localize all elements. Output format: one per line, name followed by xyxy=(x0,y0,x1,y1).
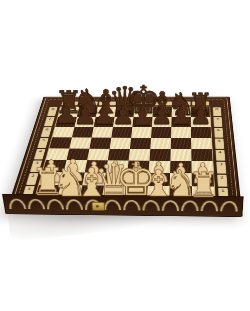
square-c7 xyxy=(94,117,115,127)
square-b5 xyxy=(69,137,91,148)
front-face-pattern xyxy=(8,198,239,212)
square-a6 xyxy=(52,127,74,138)
square-c2 xyxy=(82,172,106,185)
carved-arc xyxy=(103,200,121,211)
coord-label-g: g xyxy=(173,101,190,105)
product-photo[interactable]: 87654321 87654321 abcdefgh abcdefgh ♜♞♝♛… xyxy=(0,0,250,311)
square-d8 xyxy=(115,107,135,117)
carved-arc xyxy=(123,200,141,211)
square-f8 xyxy=(153,107,172,117)
coords-right: 87654321 xyxy=(213,107,229,200)
square-h6 xyxy=(191,127,211,138)
square-d5 xyxy=(110,138,132,149)
square-e6 xyxy=(131,127,152,138)
coord-label-d: d xyxy=(117,101,135,105)
square-h8 xyxy=(191,107,210,117)
square-b3 xyxy=(64,160,87,172)
chess-board: 87654321 87654321 abcdefgh abcdefgh xyxy=(5,97,242,217)
coord-label-a: a xyxy=(61,101,79,105)
coord-label-3: 3 xyxy=(30,161,42,172)
square-e8 xyxy=(134,107,154,117)
square-f3 xyxy=(149,161,171,173)
square-c3 xyxy=(85,160,108,172)
coord-label-6: 6 xyxy=(41,127,52,137)
square-f5 xyxy=(150,138,171,149)
coord-label-5: 5 xyxy=(37,138,49,148)
brass-clasp xyxy=(91,202,105,211)
square-c4 xyxy=(87,149,109,161)
carved-arc xyxy=(181,200,199,211)
carved-arc xyxy=(65,199,83,210)
square-d2 xyxy=(104,173,127,186)
square-g2 xyxy=(170,173,192,186)
coord-label-6: 6 xyxy=(214,128,223,138)
square-f7 xyxy=(152,117,172,127)
square-b4 xyxy=(67,149,90,161)
board-perspective-wrapper: 87654321 87654321 abcdefgh abcdefgh xyxy=(21,40,237,256)
square-h5 xyxy=(191,138,212,149)
coord-label-c: c xyxy=(98,101,116,105)
box-front-face xyxy=(2,194,244,217)
squares-grid xyxy=(34,107,216,201)
square-g3 xyxy=(170,161,192,174)
coord-label-3: 3 xyxy=(216,162,226,174)
coord-label-4: 4 xyxy=(216,150,226,161)
coords-top: abcdefgh xyxy=(61,101,209,105)
square-e4 xyxy=(129,149,151,161)
square-h2 xyxy=(192,173,214,186)
coord-label-8: 8 xyxy=(47,107,58,116)
box-front-face-inner xyxy=(3,195,243,217)
coord-label-f: f xyxy=(154,101,171,105)
carved-arc xyxy=(46,199,64,209)
square-b8 xyxy=(77,107,98,117)
coord-label-2: 2 xyxy=(26,173,39,185)
square-b2 xyxy=(61,172,85,185)
square-d6 xyxy=(111,127,132,138)
square-g5 xyxy=(171,138,192,149)
carved-arc xyxy=(142,200,160,211)
square-b6 xyxy=(72,127,94,138)
square-b7 xyxy=(74,117,95,127)
coord-label-7: 7 xyxy=(44,117,55,126)
square-h7 xyxy=(191,117,211,127)
square-e5 xyxy=(130,138,151,149)
square-e3 xyxy=(127,161,149,173)
coord-label-5: 5 xyxy=(215,138,225,148)
square-f4 xyxy=(149,149,170,161)
square-d7 xyxy=(113,117,134,127)
square-c5 xyxy=(89,138,111,149)
square-a4 xyxy=(46,148,69,160)
square-e2 xyxy=(126,173,149,186)
square-f6 xyxy=(151,127,171,138)
square-d4 xyxy=(108,149,130,161)
square-c6 xyxy=(92,127,113,138)
square-e7 xyxy=(132,117,152,127)
square-g7 xyxy=(171,117,191,127)
coord-label-e: e xyxy=(136,101,153,105)
square-h3 xyxy=(191,161,213,174)
carved-arc xyxy=(162,200,180,211)
square-d3 xyxy=(106,160,129,172)
coord-label-b: b xyxy=(80,101,98,105)
coord-label-2: 2 xyxy=(217,174,227,186)
carved-arc xyxy=(201,201,219,212)
square-c8 xyxy=(96,107,116,117)
coord-label-7: 7 xyxy=(213,117,222,126)
square-g4 xyxy=(170,149,191,161)
square-g8 xyxy=(172,107,191,117)
coord-label-h: h xyxy=(192,101,209,105)
carved-arc xyxy=(220,201,238,212)
coord-label-8: 8 xyxy=(213,107,222,116)
carved-arc xyxy=(27,199,45,209)
square-h4 xyxy=(191,149,212,161)
coord-label-4: 4 xyxy=(34,149,46,160)
carved-arc xyxy=(8,199,27,209)
square-f2 xyxy=(148,173,170,186)
square-g6 xyxy=(171,127,191,138)
